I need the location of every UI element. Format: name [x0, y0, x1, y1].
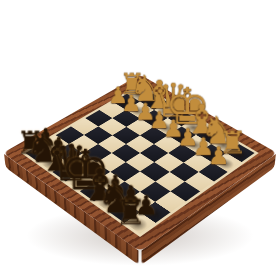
product-photo-scene: ♜♞♝♛♚♝♞♜♟♟♟♟♟♟♟♟♟♟♟♟♟♟♟♟♜♞♝♛♚♝♞♜ — [0, 0, 280, 280]
light-pawn: ♟ — [208, 143, 230, 167]
dark-rook: ♜ — [115, 195, 146, 229]
